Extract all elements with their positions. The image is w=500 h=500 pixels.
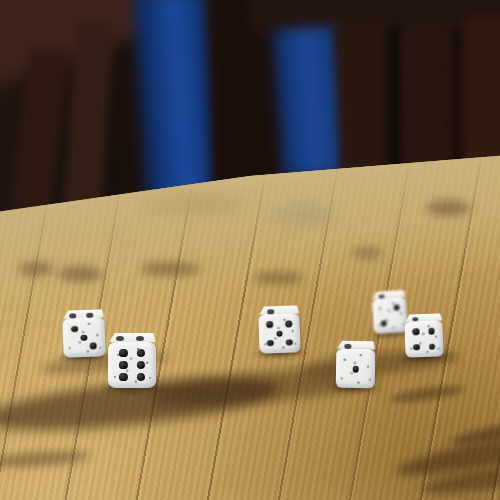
pip bbox=[119, 361, 127, 369]
pip bbox=[90, 343, 97, 350]
pip bbox=[285, 320, 292, 327]
die-front-face-4 bbox=[404, 320, 443, 357]
die-showing-3 bbox=[62, 317, 105, 357]
die-top-face bbox=[109, 333, 156, 342]
pip bbox=[137, 349, 145, 357]
pip bbox=[119, 373, 127, 381]
die-showing-4 bbox=[404, 320, 443, 357]
die-showing-6 bbox=[108, 342, 156, 388]
pip bbox=[276, 330, 283, 337]
die-showing-5 bbox=[258, 313, 300, 353]
pip bbox=[428, 328, 435, 334]
die-front-face-2 bbox=[372, 297, 408, 334]
pip bbox=[413, 344, 420, 350]
top-face-pip-edge bbox=[116, 336, 124, 341]
dice-layer bbox=[0, 0, 500, 500]
pip bbox=[119, 349, 127, 357]
top-face-pip-edge bbox=[136, 336, 144, 341]
die-front-face-6 bbox=[108, 342, 156, 388]
die-showing-1 bbox=[336, 349, 376, 389]
pip bbox=[381, 320, 387, 326]
die-front-face-3 bbox=[62, 317, 105, 357]
pip bbox=[352, 366, 359, 373]
die-showing-2 bbox=[372, 297, 408, 334]
die-front-face-1 bbox=[336, 349, 376, 389]
die-front-face-5 bbox=[258, 313, 300, 353]
pip bbox=[71, 325, 78, 332]
pip bbox=[393, 305, 399, 311]
pip bbox=[413, 329, 420, 335]
top-face-pip-edge bbox=[345, 344, 352, 349]
pip bbox=[267, 340, 274, 347]
pip bbox=[429, 343, 436, 349]
pip bbox=[137, 361, 145, 369]
pip bbox=[286, 339, 293, 346]
pip bbox=[137, 373, 145, 381]
photo-dice-on-table bbox=[0, 0, 500, 500]
pip bbox=[266, 321, 273, 328]
pip bbox=[80, 334, 87, 341]
